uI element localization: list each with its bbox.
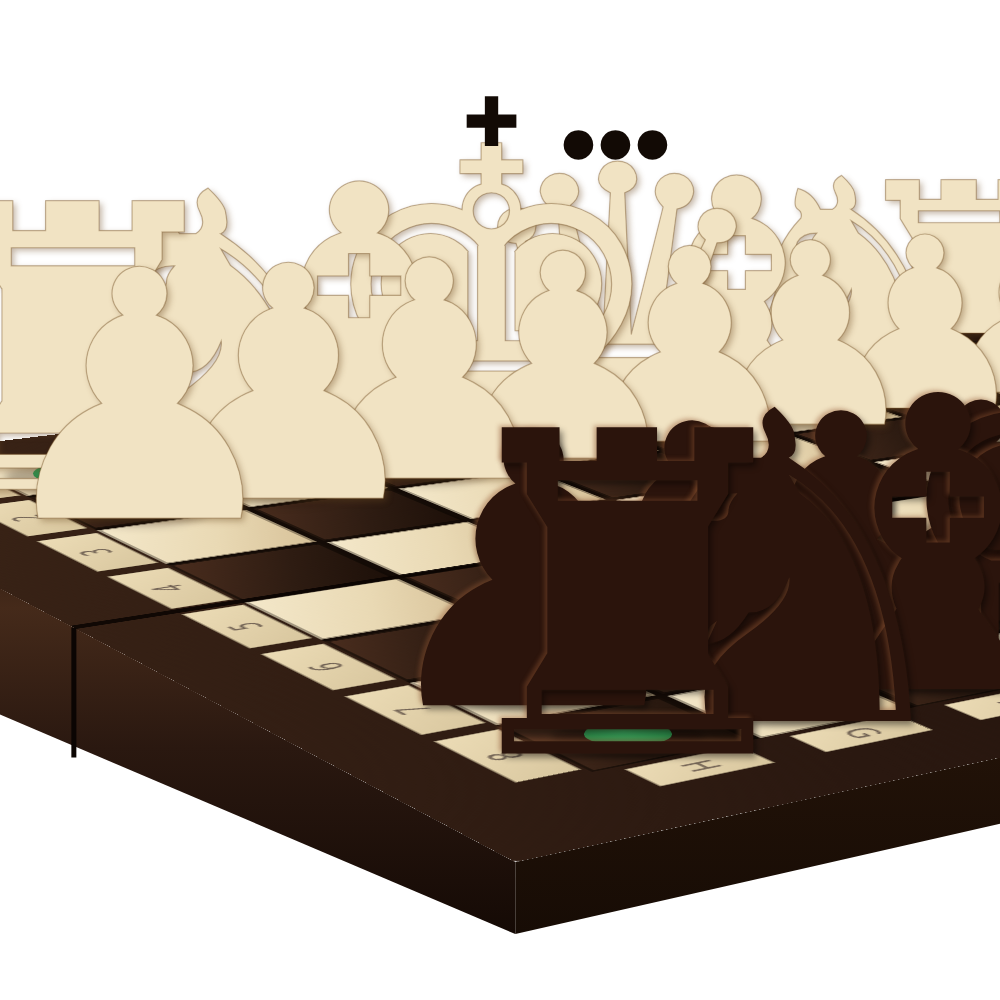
rank-label-text: 7 [385, 702, 444, 717]
rank-label-text: 5 [218, 620, 274, 633]
file-label-text: H [669, 757, 731, 774]
rank-label-text: 6 [299, 660, 357, 674]
rank-label-text: 2 [2, 513, 54, 524]
rank-label-text: 8 [477, 747, 538, 763]
scene: 12345678 HGFEDCBA ♜♞♝♛♚♝♞♜♟♟♟♟♟♟♟♟♟♟♟♟♟♟… [0, 0, 1000, 1000]
file-label-text: G [832, 725, 892, 742]
rank-label-text: 4 [142, 582, 197, 594]
rank-label-text: 3 [70, 546, 124, 557]
file-label-text: F [986, 695, 1000, 709]
